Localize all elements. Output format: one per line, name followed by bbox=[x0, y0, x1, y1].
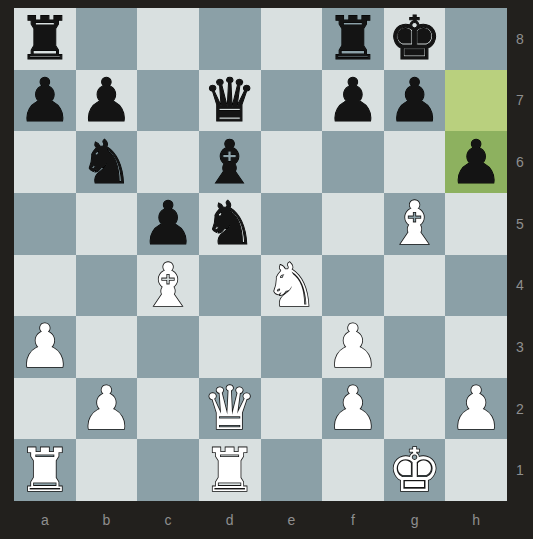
rank-label-3: 3 bbox=[507, 316, 533, 378]
square-g6[interactable] bbox=[384, 131, 446, 193]
square-d5[interactable]: ♞ bbox=[199, 193, 261, 255]
square-a5[interactable] bbox=[14, 193, 76, 255]
square-b3[interactable] bbox=[76, 316, 138, 378]
piece-white-knight[interactable]: ♞ bbox=[264, 255, 318, 316]
square-c1[interactable] bbox=[137, 439, 199, 501]
square-g5[interactable]: ♝ bbox=[384, 193, 446, 255]
square-a4[interactable] bbox=[14, 255, 76, 317]
square-e1[interactable] bbox=[261, 439, 323, 501]
piece-black-bishop[interactable]: ♝ bbox=[203, 132, 257, 193]
square-d4[interactable] bbox=[199, 255, 261, 317]
piece-white-rook[interactable]: ♜ bbox=[203, 440, 257, 501]
piece-white-pawn[interactable]: ♟ bbox=[326, 316, 380, 377]
square-e2[interactable] bbox=[261, 378, 323, 440]
rank-label-1: 1 bbox=[507, 439, 533, 501]
square-d7[interactable]: ♛ bbox=[199, 70, 261, 132]
piece-white-queen[interactable]: ♛ bbox=[203, 378, 257, 439]
piece-white-pawn[interactable]: ♟ bbox=[326, 378, 380, 439]
square-b4[interactable] bbox=[76, 255, 138, 317]
square-e8[interactable] bbox=[261, 8, 323, 70]
rank-label-4: 4 bbox=[507, 255, 533, 317]
square-a1[interactable]: ♜ bbox=[14, 439, 76, 501]
file-label-a: a bbox=[14, 501, 76, 539]
chess-board: ♜♜♚♟♟♛♟♟♞♝♟♟♞♝♝♞♟♟♟♛♟♟♜♜♚ bbox=[14, 8, 507, 501]
square-f4[interactable] bbox=[322, 255, 384, 317]
piece-black-pawn[interactable]: ♟ bbox=[388, 70, 442, 131]
file-label-b: b bbox=[76, 501, 138, 539]
square-c3[interactable] bbox=[137, 316, 199, 378]
square-c7[interactable] bbox=[137, 70, 199, 132]
file-label-g: g bbox=[384, 501, 446, 539]
piece-black-knight[interactable]: ♞ bbox=[203, 193, 257, 254]
square-a3[interactable]: ♟ bbox=[14, 316, 76, 378]
piece-white-pawn[interactable]: ♟ bbox=[18, 316, 72, 377]
square-f6[interactable] bbox=[322, 131, 384, 193]
square-h4[interactable] bbox=[445, 255, 507, 317]
piece-white-rook[interactable]: ♜ bbox=[18, 440, 72, 501]
square-f5[interactable] bbox=[322, 193, 384, 255]
square-h6[interactable]: ♟ bbox=[445, 131, 507, 193]
square-c4[interactable]: ♝ bbox=[137, 255, 199, 317]
square-d8[interactable] bbox=[199, 8, 261, 70]
file-label-d: d bbox=[199, 501, 261, 539]
rank-label-6: 6 bbox=[507, 131, 533, 193]
square-b5[interactable] bbox=[76, 193, 138, 255]
piece-black-pawn[interactable]: ♟ bbox=[141, 193, 195, 254]
square-d1[interactable]: ♜ bbox=[199, 439, 261, 501]
rank-label-5: 5 bbox=[507, 193, 533, 255]
square-h1[interactable] bbox=[445, 439, 507, 501]
square-d2[interactable]: ♛ bbox=[199, 378, 261, 440]
file-label-f: f bbox=[322, 501, 384, 539]
square-f7[interactable]: ♟ bbox=[322, 70, 384, 132]
square-f8[interactable]: ♜ bbox=[322, 8, 384, 70]
piece-black-pawn[interactable]: ♟ bbox=[449, 132, 503, 193]
square-e5[interactable] bbox=[261, 193, 323, 255]
file-label-h: h bbox=[445, 501, 507, 539]
square-b6[interactable]: ♞ bbox=[76, 131, 138, 193]
square-e6[interactable] bbox=[261, 131, 323, 193]
file-label-c: c bbox=[137, 501, 199, 539]
file-label-e: e bbox=[261, 501, 323, 539]
piece-black-rook[interactable]: ♜ bbox=[326, 8, 380, 69]
chess-app: ♜♜♚♟♟♛♟♟♞♝♟♟♞♝♝♞♟♟♟♛♟♟♜♜♚ 87654321 abcde… bbox=[0, 0, 533, 539]
square-d6[interactable]: ♝ bbox=[199, 131, 261, 193]
square-h5[interactable] bbox=[445, 193, 507, 255]
square-a2[interactable] bbox=[14, 378, 76, 440]
square-g4[interactable] bbox=[384, 255, 446, 317]
square-b2[interactable]: ♟ bbox=[76, 378, 138, 440]
square-f1[interactable] bbox=[322, 439, 384, 501]
square-h8[interactable] bbox=[445, 8, 507, 70]
piece-black-knight[interactable]: ♞ bbox=[80, 132, 134, 193]
square-g8[interactable]: ♚ bbox=[384, 8, 446, 70]
piece-white-king[interactable]: ♚ bbox=[388, 440, 442, 501]
square-h2[interactable]: ♟ bbox=[445, 378, 507, 440]
square-e3[interactable] bbox=[261, 316, 323, 378]
square-e4[interactable]: ♞ bbox=[261, 255, 323, 317]
square-e7[interactable] bbox=[261, 70, 323, 132]
square-b7[interactable]: ♟ bbox=[76, 70, 138, 132]
square-g3[interactable] bbox=[384, 316, 446, 378]
square-g1[interactable]: ♚ bbox=[384, 439, 446, 501]
square-f2[interactable]: ♟ bbox=[322, 378, 384, 440]
rank-label-2: 2 bbox=[507, 378, 533, 440]
rank-label-8: 8 bbox=[507, 8, 533, 70]
square-c2[interactable] bbox=[137, 378, 199, 440]
square-h7[interactable] bbox=[445, 70, 507, 132]
piece-black-queen[interactable]: ♛ bbox=[203, 70, 257, 131]
file-labels: abcdefgh bbox=[14, 501, 507, 539]
square-b8[interactable] bbox=[76, 8, 138, 70]
square-f3[interactable]: ♟ bbox=[322, 316, 384, 378]
square-d3[interactable] bbox=[199, 316, 261, 378]
square-h3[interactable] bbox=[445, 316, 507, 378]
square-b1[interactable] bbox=[76, 439, 138, 501]
piece-white-pawn[interactable]: ♟ bbox=[80, 378, 134, 439]
piece-black-pawn[interactable]: ♟ bbox=[326, 70, 380, 131]
rank-labels: 87654321 bbox=[507, 8, 533, 501]
piece-black-rook[interactable]: ♜ bbox=[18, 8, 72, 69]
square-a6[interactable] bbox=[14, 131, 76, 193]
rank-label-7: 7 bbox=[507, 70, 533, 132]
piece-black-king[interactable]: ♚ bbox=[388, 8, 442, 69]
piece-black-pawn[interactable]: ♟ bbox=[18, 70, 72, 131]
piece-white-bishop[interactable]: ♝ bbox=[141, 255, 195, 316]
square-c8[interactable] bbox=[137, 8, 199, 70]
piece-black-pawn[interactable]: ♟ bbox=[80, 70, 134, 131]
square-g7[interactable]: ♟ bbox=[384, 70, 446, 132]
piece-white-pawn[interactable]: ♟ bbox=[449, 378, 503, 439]
square-c5[interactable]: ♟ bbox=[137, 193, 199, 255]
square-c6[interactable] bbox=[137, 131, 199, 193]
piece-white-bishop[interactable]: ♝ bbox=[388, 193, 442, 254]
square-a7[interactable]: ♟ bbox=[14, 70, 76, 132]
square-a8[interactable]: ♜ bbox=[14, 8, 76, 70]
square-g2[interactable] bbox=[384, 378, 446, 440]
